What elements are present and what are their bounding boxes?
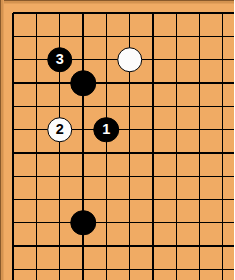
board-intersection	[25, 258, 48, 280]
board-intersection	[211, 118, 234, 141]
board-intersection	[2, 165, 25, 188]
board-intersection	[48, 234, 71, 257]
board-intersection	[71, 118, 94, 141]
board-intersection	[211, 95, 234, 118]
board-intersection	[71, 165, 94, 188]
board-intersection	[95, 188, 118, 211]
board-intersection	[95, 95, 118, 118]
board-intersection	[211, 188, 234, 211]
board-intersection	[188, 141, 211, 164]
board-intersection	[2, 2, 25, 25]
board-intersection	[165, 71, 188, 94]
black-stone	[70, 210, 96, 236]
board-intersection	[165, 211, 188, 234]
board-intersection	[48, 211, 71, 234]
board-intersection	[2, 188, 25, 211]
board-intersection	[25, 48, 48, 71]
board-intersection	[95, 165, 118, 188]
board-intersection	[165, 25, 188, 48]
board-intersection	[118, 165, 141, 188]
board-intersection	[141, 48, 164, 71]
board-intersection	[165, 165, 188, 188]
board-intersection	[95, 2, 118, 25]
board-intersection	[188, 258, 211, 280]
board-intersection	[71, 141, 94, 164]
board-intersection	[118, 2, 141, 25]
black-stone-move-3: 3	[47, 47, 73, 73]
board-intersection	[165, 95, 188, 118]
board-intersection	[165, 258, 188, 280]
board-intersection	[71, 234, 94, 257]
board-intersection	[118, 25, 141, 48]
board-intersection	[25, 141, 48, 164]
board-intersection	[95, 141, 118, 164]
board-intersection	[118, 234, 141, 257]
board-intersection	[118, 211, 141, 234]
board-intersection	[71, 211, 94, 234]
board-intersection	[141, 165, 164, 188]
board-border-top	[0, 0, 234, 4]
board-intersection	[48, 141, 71, 164]
board-intersection	[71, 2, 94, 25]
goban: 321	[0, 0, 234, 280]
white-stone	[117, 47, 143, 73]
board-intersection	[188, 71, 211, 94]
board-intersection	[48, 2, 71, 25]
board-intersection	[141, 95, 164, 118]
board-intersection	[2, 118, 25, 141]
board-intersection	[188, 25, 211, 48]
board-intersection	[71, 188, 94, 211]
board-border-left	[0, 0, 4, 280]
board-intersection	[71, 48, 94, 71]
board-intersection: 3	[48, 48, 71, 71]
board-intersection	[165, 234, 188, 257]
board-intersection	[2, 25, 25, 48]
board-intersection	[188, 188, 211, 211]
stone-move-number: 2	[56, 122, 64, 137]
black-stone-move-1: 1	[94, 117, 120, 143]
board-intersection: 1	[95, 118, 118, 141]
board-intersection	[25, 118, 48, 141]
board-intersection	[188, 48, 211, 71]
board-intersection	[165, 118, 188, 141]
board-intersection	[141, 211, 164, 234]
board-intersection	[211, 234, 234, 257]
board-intersection	[2, 234, 25, 257]
board-intersection	[188, 2, 211, 25]
board-intersection	[141, 234, 164, 257]
board-intersection	[95, 234, 118, 257]
board-intersection	[25, 25, 48, 48]
board-intersection	[2, 211, 25, 234]
board-intersection	[118, 71, 141, 94]
board-intersection	[211, 25, 234, 48]
board-intersection	[165, 48, 188, 71]
board-grid: 321	[2, 2, 235, 280]
board-intersection	[118, 48, 141, 71]
board-intersection	[2, 95, 25, 118]
board-intersection	[95, 258, 118, 280]
white-stone-move-2: 2	[47, 117, 73, 143]
board-intersection	[211, 141, 234, 164]
black-stone	[70, 70, 96, 96]
board-intersection	[118, 141, 141, 164]
board-intersection	[188, 234, 211, 257]
board-intersection	[48, 25, 71, 48]
board-intersection	[2, 141, 25, 164]
board-intersection	[25, 165, 48, 188]
board-intersection	[141, 118, 164, 141]
go-diagram: 321	[0, 0, 234, 280]
board-intersection	[211, 258, 234, 280]
board-intersection	[211, 211, 234, 234]
board-intersection	[71, 258, 94, 280]
board-intersection	[141, 141, 164, 164]
board-intersection	[95, 211, 118, 234]
board-intersection	[188, 165, 211, 188]
board-intersection	[2, 48, 25, 71]
board-intersection	[118, 118, 141, 141]
board-intersection	[71, 71, 94, 94]
board-intersection	[141, 258, 164, 280]
board-intersection	[165, 188, 188, 211]
board-intersection	[141, 25, 164, 48]
board-intersection	[25, 234, 48, 257]
board-intersection	[48, 165, 71, 188]
board-intersection	[141, 71, 164, 94]
board-intersection	[48, 258, 71, 280]
board-intersection	[118, 188, 141, 211]
board-intersection	[48, 188, 71, 211]
board-intersection	[211, 165, 234, 188]
board-intersection	[141, 188, 164, 211]
board-intersection	[2, 71, 25, 94]
board-intersection	[118, 95, 141, 118]
board-intersection	[48, 95, 71, 118]
board-intersection	[25, 211, 48, 234]
board-intersection	[188, 95, 211, 118]
board-intersection	[25, 188, 48, 211]
board-intersection	[188, 211, 211, 234]
board-intersection	[2, 258, 25, 280]
board-intersection	[48, 71, 71, 94]
board-intersection	[118, 258, 141, 280]
board-intersection	[188, 118, 211, 141]
board-intersection	[95, 71, 118, 94]
board-intersection	[165, 141, 188, 164]
board-intersection	[95, 48, 118, 71]
board-intersection	[211, 2, 234, 25]
board-intersection	[71, 95, 94, 118]
board-intersection	[165, 2, 188, 25]
board-intersection	[71, 25, 94, 48]
board-intersection	[141, 2, 164, 25]
board-intersection	[25, 71, 48, 94]
board-intersection	[211, 71, 234, 94]
board-intersection	[211, 48, 234, 71]
board-intersection	[95, 25, 118, 48]
stone-move-number: 3	[56, 52, 64, 67]
board-intersection	[25, 95, 48, 118]
board-intersection: 2	[48, 118, 71, 141]
board-intersection	[25, 2, 48, 25]
stone-move-number: 1	[102, 122, 110, 137]
